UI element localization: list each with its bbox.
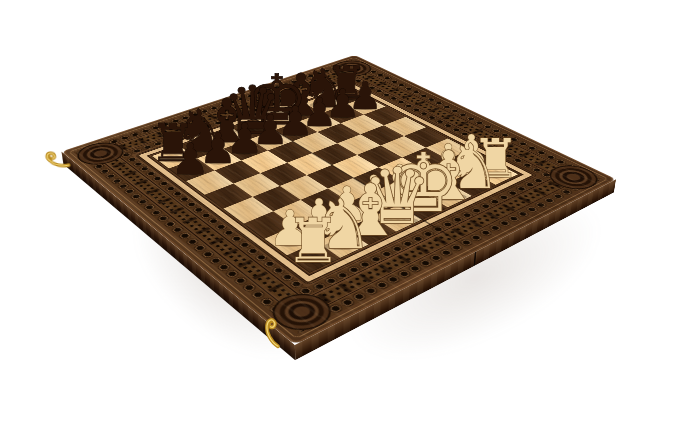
square-f2 [400,170,447,194]
square-a2 [265,226,317,255]
square-c3 [300,188,349,213]
square-c1 [345,217,396,245]
border-ornament [118,151,314,297]
square-c2 [322,202,372,229]
square-a3 [244,211,294,239]
square-d4 [306,165,353,188]
chess-field [151,87,520,273]
square-b3 [272,200,321,226]
square-e1 [398,193,447,219]
square-c4 [280,175,327,199]
square-b5 [233,173,280,197]
corner-rosette-icon [325,58,379,80]
square-a6 [186,171,233,195]
square-g1 [447,172,495,196]
corner-rosette-icon [261,287,342,338]
square-h1 [471,162,518,185]
square-d2 [349,191,398,217]
square-d3 [327,178,375,203]
square-a5 [204,184,252,209]
border-ornament [297,172,554,297]
square-a1 [287,242,340,272]
square-b2 [294,214,345,242]
square-b4 [252,186,300,211]
product-photo: ♜♞♟♝♟♚♟♛♟♝♟♞♟♜♟♟♟♟♜♟♞♟♝♟♚♟♛♟♝♟♞♜ Handcra… [0,0,680,425]
square-d1 [372,205,422,232]
square-b1 [316,229,368,258]
square-a4 [223,197,272,223]
square-f1 [423,183,472,208]
board-side-left-face [61,151,295,360]
square-e2 [375,180,423,205]
corner-rosette-icon [70,139,132,170]
chess-board [61,55,616,345]
square-c5 [260,163,306,186]
corner-rosette-icon [540,161,608,194]
square-e3 [353,167,400,191]
